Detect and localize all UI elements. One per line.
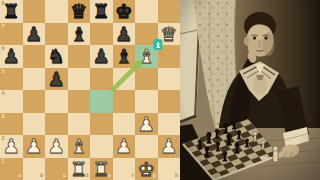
- square-e8[interactable]: ♜: [90, 0, 113, 23]
- black-queen[interactable]: ♛: [68, 0, 91, 23]
- square-b2[interactable]: ♟: [23, 135, 46, 158]
- black-pawn[interactable]: ♟: [23, 23, 46, 46]
- rank-label: 3: [2, 114, 5, 120]
- square-g8[interactable]: [135, 0, 158, 23]
- square-b8[interactable]: [23, 0, 46, 23]
- square-h6[interactable]: [158, 45, 181, 68]
- black-bishop[interactable]: ♝: [113, 45, 136, 68]
- square-f3[interactable]: [113, 113, 136, 136]
- square-h2[interactable]: ♟: [158, 135, 181, 158]
- square-h3[interactable]: [158, 113, 181, 136]
- square-e6[interactable]: ♟: [90, 45, 113, 68]
- video-thumbnail: ♜♛♜♚♟♝♟♛♟♞♟♝♝♟♟♟♟♟♝♟♟♜♜♚ 87654321abcdefg…: [0, 0, 320, 180]
- square-f4[interactable]: [113, 90, 136, 113]
- white-pawn[interactable]: ♟: [113, 135, 136, 158]
- square-e7[interactable]: [90, 23, 113, 46]
- square-e5[interactable]: [90, 68, 113, 91]
- square-d7[interactable]: ♝: [68, 23, 91, 46]
- square-c4[interactable]: [45, 90, 68, 113]
- white-bishop[interactable]: ♝: [68, 135, 91, 158]
- rank-label: 4: [2, 91, 5, 97]
- white-pawn[interactable]: ♟: [45, 135, 68, 158]
- white-pawn[interactable]: ♟: [135, 113, 158, 136]
- rank-label: 7: [2, 24, 5, 30]
- square-h8[interactable]: [158, 0, 181, 23]
- white-bishop[interactable]: ♝: [135, 45, 158, 68]
- square-f6[interactable]: ♝: [113, 45, 136, 68]
- square-d8[interactable]: ♛: [68, 0, 91, 23]
- square-c6[interactable]: ♞: [45, 45, 68, 68]
- square-e4[interactable]: [90, 90, 113, 113]
- square-d3[interactable]: [68, 113, 91, 136]
- square-f2[interactable]: ♟: [113, 135, 136, 158]
- square-d6[interactable]: [68, 45, 91, 68]
- square-g2[interactable]: [135, 135, 158, 158]
- file-label: b: [40, 173, 43, 179]
- black-rook[interactable]: ♜: [90, 0, 113, 23]
- file-label: g: [153, 173, 156, 179]
- board-squares: ♜♛♜♚♟♝♟♛♟♞♟♝♝♟♟♟♟♟♝♟♟♜♜♚: [0, 0, 180, 180]
- black-king[interactable]: ♚: [113, 0, 136, 23]
- square-e3[interactable]: [90, 113, 113, 136]
- square-b4[interactable]: [23, 90, 46, 113]
- white-pawn[interactable]: ♟: [158, 135, 181, 158]
- white-pawn[interactable]: ♟: [23, 135, 46, 158]
- vintage-photo: [180, 0, 320, 180]
- black-bishop[interactable]: ♝: [68, 23, 91, 46]
- black-pawn[interactable]: ♟: [113, 23, 136, 46]
- rank-label: 6: [2, 46, 5, 52]
- black-knight[interactable]: ♞: [45, 45, 68, 68]
- square-f8[interactable]: ♚: [113, 0, 136, 23]
- file-label: c: [63, 173, 66, 179]
- file-label: a: [18, 173, 21, 179]
- file-label: f: [132, 173, 134, 179]
- square-d5[interactable]: [68, 68, 91, 91]
- square-c7[interactable]: [45, 23, 68, 46]
- square-c2[interactable]: ♟: [45, 135, 68, 158]
- square-h4[interactable]: [158, 90, 181, 113]
- square-b3[interactable]: [23, 113, 46, 136]
- square-g7[interactable]: [135, 23, 158, 46]
- square-b7[interactable]: ♟: [23, 23, 46, 46]
- prodigy-photo-scene: [180, 0, 320, 180]
- square-g6[interactable]: ♝: [135, 45, 158, 68]
- square-f7[interactable]: ♟: [113, 23, 136, 46]
- square-g4[interactable]: [135, 90, 158, 113]
- black-pawn[interactable]: ♟: [45, 68, 68, 91]
- square-g5[interactable]: [135, 68, 158, 91]
- file-label: d: [85, 173, 88, 179]
- square-d4[interactable]: [68, 90, 91, 113]
- square-h5[interactable]: [158, 68, 181, 91]
- rank-label: 5: [2, 69, 5, 75]
- square-c8[interactable]: [45, 0, 68, 23]
- square-e2[interactable]: [90, 135, 113, 158]
- rank-label: 8: [2, 1, 5, 7]
- square-c5[interactable]: ♟: [45, 68, 68, 91]
- square-b6[interactable]: [23, 45, 46, 68]
- vignette: [180, 0, 320, 180]
- square-f5[interactable]: [113, 68, 136, 91]
- square-h7[interactable]: ♛: [158, 23, 181, 46]
- square-c3[interactable]: [45, 113, 68, 136]
- square-g3[interactable]: ♟: [135, 113, 158, 136]
- rank-label: 2: [2, 136, 5, 142]
- white-queen[interactable]: ♛: [158, 23, 181, 46]
- chess-board: ♜♛♜♚♟♝♟♛♟♞♟♝♝♟♟♟♟♟♝♟♟♜♜♚ 87654321abcdefg…: [0, 0, 180, 180]
- file-label: h: [175, 173, 178, 179]
- black-pawn[interactable]: ♟: [90, 45, 113, 68]
- file-label: e: [108, 173, 111, 179]
- square-b5[interactable]: [23, 68, 46, 91]
- rank-label: 1: [2, 159, 5, 165]
- square-d2[interactable]: ♝: [68, 135, 91, 158]
